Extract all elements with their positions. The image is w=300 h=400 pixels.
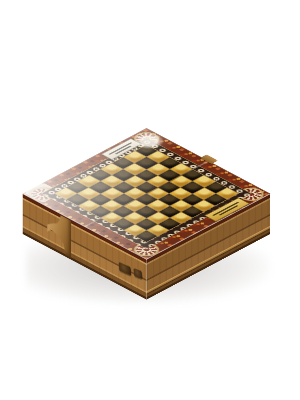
board-square <box>135 230 157 241</box>
game-box <box>22 127 269 258</box>
board-square <box>135 206 157 217</box>
board-square <box>124 224 146 235</box>
board-square <box>193 199 215 210</box>
board-square <box>147 199 169 210</box>
board-square <box>112 206 134 217</box>
board-square <box>66 193 88 204</box>
latch-tab <box>200 154 218 163</box>
board-square <box>135 193 157 204</box>
board-square <box>181 206 203 217</box>
board-square <box>204 193 226 204</box>
plaque-text-line <box>108 142 131 154</box>
board-square <box>158 193 180 204</box>
board-square <box>101 199 123 210</box>
board-square <box>147 224 169 235</box>
board-square <box>158 206 180 217</box>
hinge <box>133 268 142 279</box>
board-square <box>112 193 134 204</box>
hinge <box>118 261 130 275</box>
scene <box>0 0 300 400</box>
board-square <box>181 193 203 204</box>
board-square <box>170 212 192 223</box>
board-square <box>158 218 180 229</box>
board-square <box>89 193 111 204</box>
product-photo <box>0 0 300 400</box>
board-square <box>147 212 169 223</box>
board-square <box>89 206 111 217</box>
board-square <box>112 218 134 229</box>
board-square <box>124 199 146 210</box>
board-square <box>101 212 123 223</box>
board-square <box>124 212 146 223</box>
board-square <box>78 199 100 210</box>
corner-medallion-bottom <box>128 240 163 259</box>
board-square <box>170 199 192 210</box>
board-square <box>135 218 157 229</box>
